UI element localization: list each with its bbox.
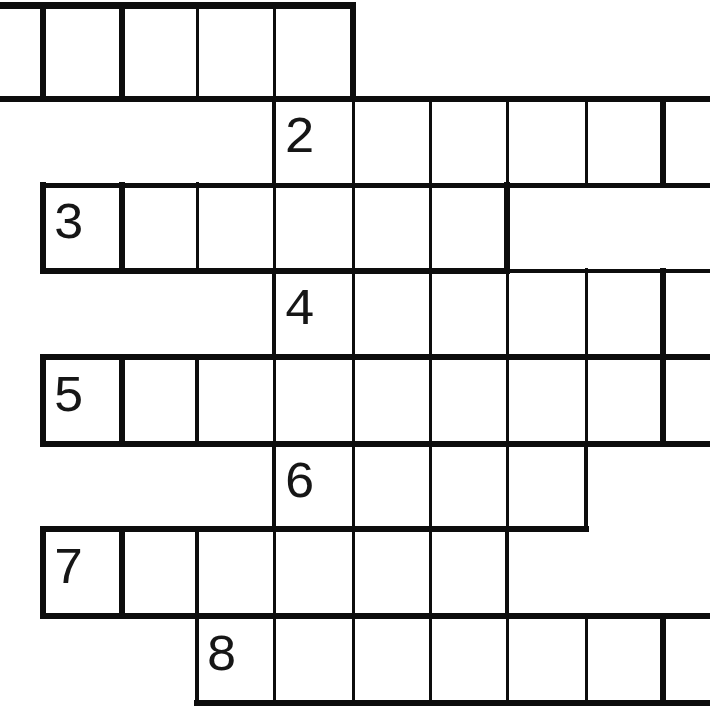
cell-r6c5 [353,444,430,529]
cell-r8c6 [430,616,507,703]
cell-r1c2 [122,5,197,99]
cell-r8c4 [274,616,353,703]
cell-r2c5 [353,99,430,185]
clue-number-5: 5 [53,372,84,424]
grid-line-vertical [119,354,125,447]
cell-r5c8 [586,357,663,444]
grid-line-vertical [660,96,666,188]
grid-line-vertical [40,2,46,102]
cell-r5c2 [122,357,197,444]
cell-r7c3 [197,529,274,616]
cell-r1c1 [43,5,122,99]
cell-r6c4: 6 [274,444,353,529]
cell-r8c7 [507,616,586,703]
cell-r4c5 [353,271,430,357]
clue-number-3: 3 [53,199,84,251]
cell-r8c8 [586,616,663,703]
cell-r2c7 [507,99,586,185]
grid-line-vertical [429,96,432,706]
clue-number-8: 8 [206,631,237,683]
cell-r4c7 [507,271,586,357]
grid-line-horizontal [40,354,710,360]
cell-r7c5 [353,529,430,616]
grid-line-horizontal [40,441,710,447]
cell-r3c5 [353,185,430,271]
cell-r1c4 [274,5,353,99]
cell-r7c2 [122,529,197,616]
clue-number-7: 7 [53,544,84,596]
grid-line-vertical [40,182,46,274]
grid-line-vertical [119,2,125,102]
grid-line-vertical [196,2,199,102]
grid-line-vertical [352,96,355,706]
grid-line-horizontal [194,700,710,706]
grid-line-vertical [195,354,199,447]
grid-line-vertical [272,268,276,360]
grid-line-vertical [660,268,666,447]
cell-r8c9 [663,616,710,703]
cell-r1c0 [0,5,43,99]
clue-number-4: 4 [284,285,315,337]
grid-line-horizontal [40,183,710,188]
grid-line-vertical [119,182,125,274]
cell-r3c2 [122,185,197,271]
grid-line-vertical [505,526,509,619]
cell-r5c4 [274,357,353,444]
grid-line-vertical [504,182,510,274]
grid-line-vertical [585,96,588,188]
grid-line-vertical [660,613,666,706]
grid-line-vertical [195,526,199,706]
cell-r2c8 [586,99,663,185]
grid-line-vertical [272,96,276,188]
cell-r6c7 [507,444,586,529]
cell-r7c4 [274,529,353,616]
cell-r4c8 [586,271,663,357]
cell-r4c6 [430,271,507,357]
cell-r3c1: 3 [43,185,122,271]
clue-number-6: 6 [284,458,315,510]
grid-line-vertical [585,268,588,447]
cell-r7c6 [430,529,507,616]
grid-line-horizontal [0,2,356,9]
cell-r4c4: 4 [274,271,353,357]
grid-line-vertical [585,613,588,706]
cell-r5c7 [507,357,586,444]
cell-r2c4: 2 [274,99,353,185]
cell-r2c6 [430,99,507,185]
cell-r6c6 [430,444,507,529]
cell-r1c3 [197,5,274,99]
cell-r3c6 [430,185,507,271]
cell-r8c5 [353,616,430,703]
cell-r5c6 [430,357,507,444]
cell-r5c1: 5 [43,357,122,444]
grid-line-vertical [196,182,199,274]
cell-r2c9 [663,99,710,185]
cell-r5c5 [353,357,430,444]
grid-line-vertical [119,526,125,619]
grid-line-vertical [584,441,588,532]
cell-r4c9 [663,271,710,357]
grid-line-horizontal [40,613,710,619]
cell-r8c3: 8 [197,616,274,703]
crossword-board: 2345678 [0,0,710,710]
cell-r7c1: 7 [43,529,122,616]
cell-r3c3 [197,185,274,271]
clue-number-2: 2 [284,113,315,165]
grid-line-vertical [40,354,46,447]
grid-line-vertical [272,441,276,532]
cell-r3c4 [274,185,353,271]
grid-line-vertical [350,2,356,102]
cell-r5c3 [197,357,274,444]
cell-r5c9 [663,357,710,444]
grid-line-horizontal [505,269,710,273]
grid-line-vertical [40,526,46,619]
